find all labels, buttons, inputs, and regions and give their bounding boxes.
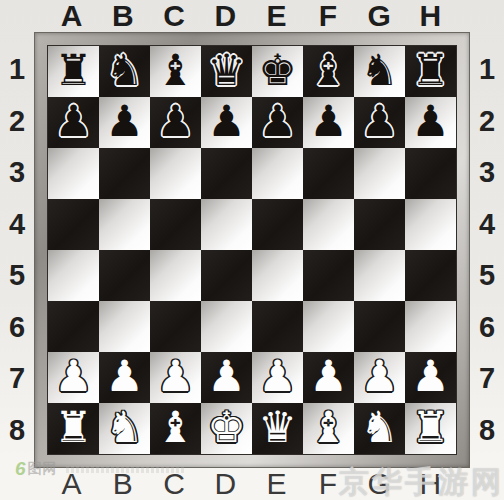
piece-black-pawn[interactable]: ♟ [156,100,195,143]
square-d1[interactable]: ♛ [201,46,252,97]
piece-white-pawn[interactable]: ♟ [105,355,144,398]
rank-labels-left: 12345678 [0,44,34,456]
square-f6[interactable] [303,301,354,352]
square-e1[interactable]: ♚ [252,46,303,97]
chess-board-frame: ♜♞♝♛♚♝♞♜♟♟♟♟♟♟♟♟♟♟♟♟♟♟♟♟♜♞♝♚♛♝♞♜ [34,32,470,468]
square-g3[interactable] [354,148,405,199]
square-a4[interactable] [48,199,99,250]
file-labels-top: ABCDEFGH [46,0,456,32]
rank-label-right-4: 4 [470,199,504,251]
rank-label-left-5: 5 [0,250,34,302]
file-label-bottom-f: F [302,467,353,500]
file-label-top-c: C [149,0,200,32]
square-h7[interactable]: ♟ [405,352,456,403]
square-g6[interactable] [354,301,405,352]
piece-black-pawn[interactable]: ♟ [360,100,399,143]
square-h5[interactable] [405,250,456,301]
file-label-top-e: E [251,0,302,32]
file-label-bottom-a: A [46,467,97,500]
square-e8[interactable]: ♛ [252,403,303,454]
rank-label-right-5: 5 [470,250,504,302]
square-f8[interactable]: ♝ [303,403,354,454]
square-c5[interactable] [150,250,201,301]
square-d4[interactable] [201,199,252,250]
piece-white-pawn[interactable]: ♟ [54,355,93,398]
square-a8[interactable]: ♜ [48,403,99,454]
chess-diagram-page: ABCDEFGH 12345678 ♜♞♝♛♚♝♞♜♟♟♟♟♟♟♟♟♟♟♟♟♟♟… [0,0,504,500]
file-labels-bottom: ABCDEFGH [46,467,456,500]
square-c8[interactable]: ♝ [150,403,201,454]
piece-white-queen[interactable]: ♛ [258,406,297,449]
piece-white-pawn[interactable]: ♟ [360,355,399,398]
file-label-bottom-h: H [405,467,456,500]
piece-black-bishop[interactable]: ♝ [309,49,348,92]
square-c3[interactable] [150,148,201,199]
piece-black-rook[interactable]: ♜ [54,49,93,92]
square-d7[interactable]: ♟ [201,352,252,403]
piece-white-pawn[interactable]: ♟ [309,355,348,398]
square-f1[interactable]: ♝ [303,46,354,97]
square-d5[interactable] [201,250,252,301]
square-c1[interactable]: ♝ [150,46,201,97]
square-f7[interactable]: ♟ [303,352,354,403]
square-g2[interactable]: ♟ [354,97,405,148]
square-c6[interactable] [150,301,201,352]
piece-black-queen[interactable]: ♛ [207,49,246,92]
square-g4[interactable] [354,199,405,250]
file-label-top-d: D [200,0,251,32]
square-e2[interactable]: ♟ [252,97,303,148]
rank-label-right-7: 7 [470,353,504,405]
file-label-bottom-d: D [200,467,251,500]
watermark-logo-6: 6 [15,458,26,480]
piece-white-rook[interactable]: ♜ [411,406,450,449]
file-label-top-a: A [46,0,97,32]
square-c4[interactable] [150,199,201,250]
rank-label-left-4: 4 [0,199,34,251]
square-d6[interactable] [201,301,252,352]
piece-black-knight[interactable]: ♞ [105,49,144,92]
square-e6[interactable] [252,301,303,352]
square-a6[interactable] [48,301,99,352]
file-label-top-g: G [354,0,405,32]
piece-black-knight[interactable]: ♞ [360,49,399,92]
square-f4[interactable] [303,199,354,250]
square-b3[interactable] [99,148,150,199]
file-label-top-h: H [405,0,456,32]
square-h4[interactable] [405,199,456,250]
piece-white-knight[interactable]: ♞ [360,406,399,449]
rank-label-left-1: 1 [0,44,34,96]
square-d2[interactable]: ♟ [201,97,252,148]
piece-white-bishop[interactable]: ♝ [309,406,348,449]
chess-board[interactable]: ♜♞♝♛♚♝♞♜♟♟♟♟♟♟♟♟♟♟♟♟♟♟♟♟♜♞♝♚♛♝♞♜ [47,45,457,455]
rank-label-left-3: 3 [0,147,34,199]
piece-black-pawn[interactable]: ♟ [105,100,144,143]
square-h1[interactable]: ♜ [405,46,456,97]
piece-black-bishop[interactable]: ♝ [156,49,195,92]
square-b5[interactable] [99,250,150,301]
rank-label-left-7: 7 [0,353,34,405]
piece-black-pawn[interactable]: ♟ [411,100,450,143]
square-c2[interactable]: ♟ [150,97,201,148]
file-label-bottom-c: C [149,467,200,500]
square-b8[interactable]: ♞ [99,403,150,454]
square-g8[interactable]: ♞ [354,403,405,454]
square-d8[interactable]: ♚ [201,403,252,454]
square-h3[interactable] [405,148,456,199]
square-g5[interactable] [354,250,405,301]
square-a3[interactable] [48,148,99,199]
rank-label-left-2: 2 [0,96,34,148]
file-label-top-b: B [97,0,148,32]
file-label-bottom-b: B [97,467,148,500]
piece-black-pawn[interactable]: ♟ [54,100,93,143]
square-a2[interactable]: ♟ [48,97,99,148]
rank-label-right-8: 8 [470,405,504,457]
rank-label-right-2: 2 [470,96,504,148]
square-b4[interactable] [99,199,150,250]
rank-label-right-3: 3 [470,147,504,199]
piece-white-king[interactable]: ♚ [207,406,246,449]
piece-white-bishop[interactable]: ♝ [156,406,195,449]
rank-label-right-1: 1 [470,44,504,96]
square-d3[interactable] [201,148,252,199]
square-a5[interactable] [48,250,99,301]
rank-label-right-6: 6 [470,302,504,354]
square-f5[interactable] [303,250,354,301]
rank-label-left-6: 6 [0,302,34,354]
piece-white-knight[interactable]: ♞ [105,406,144,449]
piece-white-pawn[interactable]: ♟ [258,355,297,398]
square-e4[interactable] [252,199,303,250]
piece-white-pawn[interactable]: ♟ [207,355,246,398]
piece-black-pawn[interactable]: ♟ [309,100,348,143]
square-e7[interactable]: ♟ [252,352,303,403]
square-b2[interactable]: ♟ [99,97,150,148]
rank-labels-right: 12345678 [470,44,504,456]
square-b7[interactable]: ♟ [99,352,150,403]
piece-black-pawn[interactable]: ♟ [258,100,297,143]
rank-label-left-8: 8 [0,405,34,457]
square-f3[interactable] [303,148,354,199]
piece-white-pawn[interactable]: ♟ [411,355,450,398]
piece-white-pawn[interactable]: ♟ [156,355,195,398]
piece-black-king[interactable]: ♚ [258,49,297,92]
square-e5[interactable] [252,250,303,301]
square-h8[interactable]: ♜ [405,403,456,454]
square-g1[interactable]: ♞ [354,46,405,97]
piece-white-rook[interactable]: ♜ [54,406,93,449]
square-h2[interactable]: ♟ [405,97,456,148]
square-a1[interactable]: ♜ [48,46,99,97]
piece-black-rook[interactable]: ♜ [411,49,450,92]
file-label-bottom-g: G [354,467,405,500]
file-label-top-f: F [302,0,353,32]
square-f2[interactable]: ♟ [303,97,354,148]
square-b1[interactable]: ♞ [99,46,150,97]
piece-black-pawn[interactable]: ♟ [207,100,246,143]
square-a7[interactable]: ♟ [48,352,99,403]
square-b6[interactable] [99,301,150,352]
square-c7[interactable]: ♟ [150,352,201,403]
square-e3[interactable] [252,148,303,199]
file-label-bottom-e: E [251,467,302,500]
square-h6[interactable] [405,301,456,352]
square-g7[interactable]: ♟ [354,352,405,403]
